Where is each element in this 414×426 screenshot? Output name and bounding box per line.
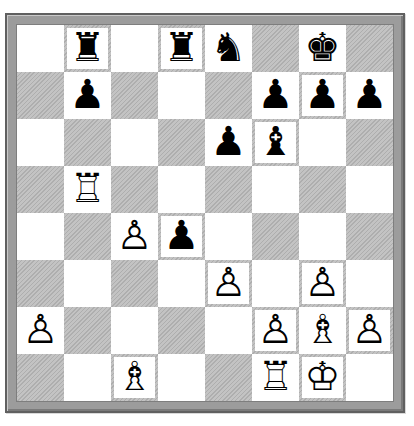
black-pawn[interactable]: ♟: [352, 74, 388, 115]
square-d5[interactable]: [158, 166, 205, 213]
square-f7[interactable]: ♟: [252, 72, 299, 119]
piece-tile: ♟: [208, 122, 249, 163]
square-g1[interactable]: ♔: [299, 354, 346, 401]
square-f3[interactable]: [252, 260, 299, 307]
square-b5[interactable]: ♖: [64, 166, 111, 213]
black-bishop[interactable]: ♝: [258, 121, 294, 162]
piece-tile: ♙: [20, 310, 61, 351]
piece-tile: ♙: [208, 263, 249, 304]
square-c2[interactable]: [111, 307, 158, 354]
black-pawn[interactable]: ♟: [211, 121, 247, 162]
piece-tile: ♙: [349, 310, 390, 351]
square-e8[interactable]: ♞: [205, 25, 252, 72]
piece-tile: ♟: [302, 75, 343, 116]
square-g6[interactable]: [299, 119, 346, 166]
piece-tile: ♜: [161, 28, 202, 69]
piece-tile: ♚: [302, 28, 343, 69]
square-a2[interactable]: ♙: [17, 307, 64, 354]
piece-tile: ♜: [67, 28, 108, 69]
square-e1[interactable]: [205, 354, 252, 401]
square-h2[interactable]: ♙: [346, 307, 393, 354]
square-c1[interactable]: ♗: [111, 354, 158, 401]
black-king[interactable]: ♚: [305, 27, 341, 68]
square-a8[interactable]: [17, 25, 64, 72]
white-king[interactable]: ♔: [305, 356, 341, 397]
square-e7[interactable]: [205, 72, 252, 119]
square-f8[interactable]: [252, 25, 299, 72]
square-e2[interactable]: [205, 307, 252, 354]
square-g2[interactable]: ♗: [299, 307, 346, 354]
piece-tile: ♙: [114, 216, 155, 257]
square-a4[interactable]: [17, 213, 64, 260]
white-pawn[interactable]: ♙: [352, 309, 388, 350]
square-b3[interactable]: [64, 260, 111, 307]
square-c6[interactable]: [111, 119, 158, 166]
square-h3[interactable]: [346, 260, 393, 307]
white-rook[interactable]: ♖: [258, 356, 294, 397]
black-pawn[interactable]: ♟: [305, 74, 341, 115]
white-bishop[interactable]: ♗: [117, 356, 153, 397]
black-rook[interactable]: ♜: [164, 27, 200, 68]
black-pawn[interactable]: ♟: [164, 215, 200, 256]
square-a7[interactable]: [17, 72, 64, 119]
piece-tile: ♙: [302, 263, 343, 304]
white-pawn[interactable]: ♙: [258, 309, 294, 350]
white-bishop[interactable]: ♗: [305, 309, 341, 350]
square-b8[interactable]: ♜: [64, 25, 111, 72]
square-e3[interactable]: ♙: [205, 260, 252, 307]
page: ♜♜♞♚♟♟♟♟♟♝♖♙♟♙♙♙♙♗♙♗♖♔: [0, 0, 414, 426]
chess-board-frame: ♜♜♞♚♟♟♟♟♟♝♖♙♟♙♙♙♙♗♙♗♖♔: [5, 13, 405, 413]
square-d2[interactable]: [158, 307, 205, 354]
square-g5[interactable]: [299, 166, 346, 213]
square-a6[interactable]: [17, 119, 64, 166]
piece-tile: ♟: [161, 216, 202, 257]
square-h7[interactable]: ♟: [346, 72, 393, 119]
square-g3[interactable]: ♙: [299, 260, 346, 307]
black-pawn[interactable]: ♟: [258, 74, 294, 115]
square-b4[interactable]: [64, 213, 111, 260]
square-b7[interactable]: ♟: [64, 72, 111, 119]
piece-tile: ♔: [302, 357, 343, 398]
square-g4[interactable]: [299, 213, 346, 260]
piece-tile: ♗: [302, 310, 343, 351]
white-pawn[interactable]: ♙: [211, 262, 247, 303]
square-b6[interactable]: [64, 119, 111, 166]
chess-board-grid: ♜♜♞♚♟♟♟♟♟♝♖♙♟♙♙♙♙♗♙♗♖♔: [16, 24, 394, 402]
square-h4[interactable]: [346, 213, 393, 260]
square-h6[interactable]: [346, 119, 393, 166]
square-c3[interactable]: [111, 260, 158, 307]
piece-tile: ♟: [255, 75, 296, 116]
piece-tile: ♖: [67, 169, 108, 210]
square-a3[interactable]: [17, 260, 64, 307]
black-rook[interactable]: ♜: [70, 27, 106, 68]
square-f1[interactable]: ♖: [252, 354, 299, 401]
square-c4[interactable]: ♙: [111, 213, 158, 260]
square-g8[interactable]: ♚: [299, 25, 346, 72]
white-pawn[interactable]: ♙: [305, 262, 341, 303]
square-h8[interactable]: [346, 25, 393, 72]
square-h1[interactable]: [346, 354, 393, 401]
black-pawn[interactable]: ♟: [70, 74, 106, 115]
square-f6[interactable]: ♝: [252, 119, 299, 166]
square-f5[interactable]: [252, 166, 299, 213]
square-f4[interactable]: [252, 213, 299, 260]
square-c8[interactable]: [111, 25, 158, 72]
piece-tile: ♞: [208, 28, 249, 69]
piece-tile: ♝: [255, 122, 296, 163]
white-pawn[interactable]: ♙: [117, 215, 153, 256]
square-d7[interactable]: [158, 72, 205, 119]
square-c5[interactable]: [111, 166, 158, 213]
square-e4[interactable]: [205, 213, 252, 260]
square-g7[interactable]: ♟: [299, 72, 346, 119]
square-a5[interactable]: [17, 166, 64, 213]
black-knight[interactable]: ♞: [211, 27, 247, 68]
square-b1[interactable]: [64, 354, 111, 401]
piece-tile: ♙: [255, 310, 296, 351]
square-e6[interactable]: ♟: [205, 119, 252, 166]
square-d8[interactable]: ♜: [158, 25, 205, 72]
square-a1[interactable]: [17, 354, 64, 401]
piece-tile: ♗: [114, 357, 155, 398]
square-d4[interactable]: ♟: [158, 213, 205, 260]
piece-tile: ♟: [349, 75, 390, 116]
piece-tile: ♟: [67, 75, 108, 116]
white-pawn[interactable]: ♙: [23, 309, 59, 350]
piece-tile: ♖: [255, 357, 296, 398]
square-b2[interactable]: [64, 307, 111, 354]
white-rook[interactable]: ♖: [70, 168, 106, 209]
square-f2[interactable]: ♙: [252, 307, 299, 354]
square-e5[interactable]: [205, 166, 252, 213]
square-h5[interactable]: [346, 166, 393, 213]
square-d6[interactable]: [158, 119, 205, 166]
square-c7[interactable]: [111, 72, 158, 119]
square-d1[interactable]: [158, 354, 205, 401]
square-d3[interactable]: [158, 260, 205, 307]
